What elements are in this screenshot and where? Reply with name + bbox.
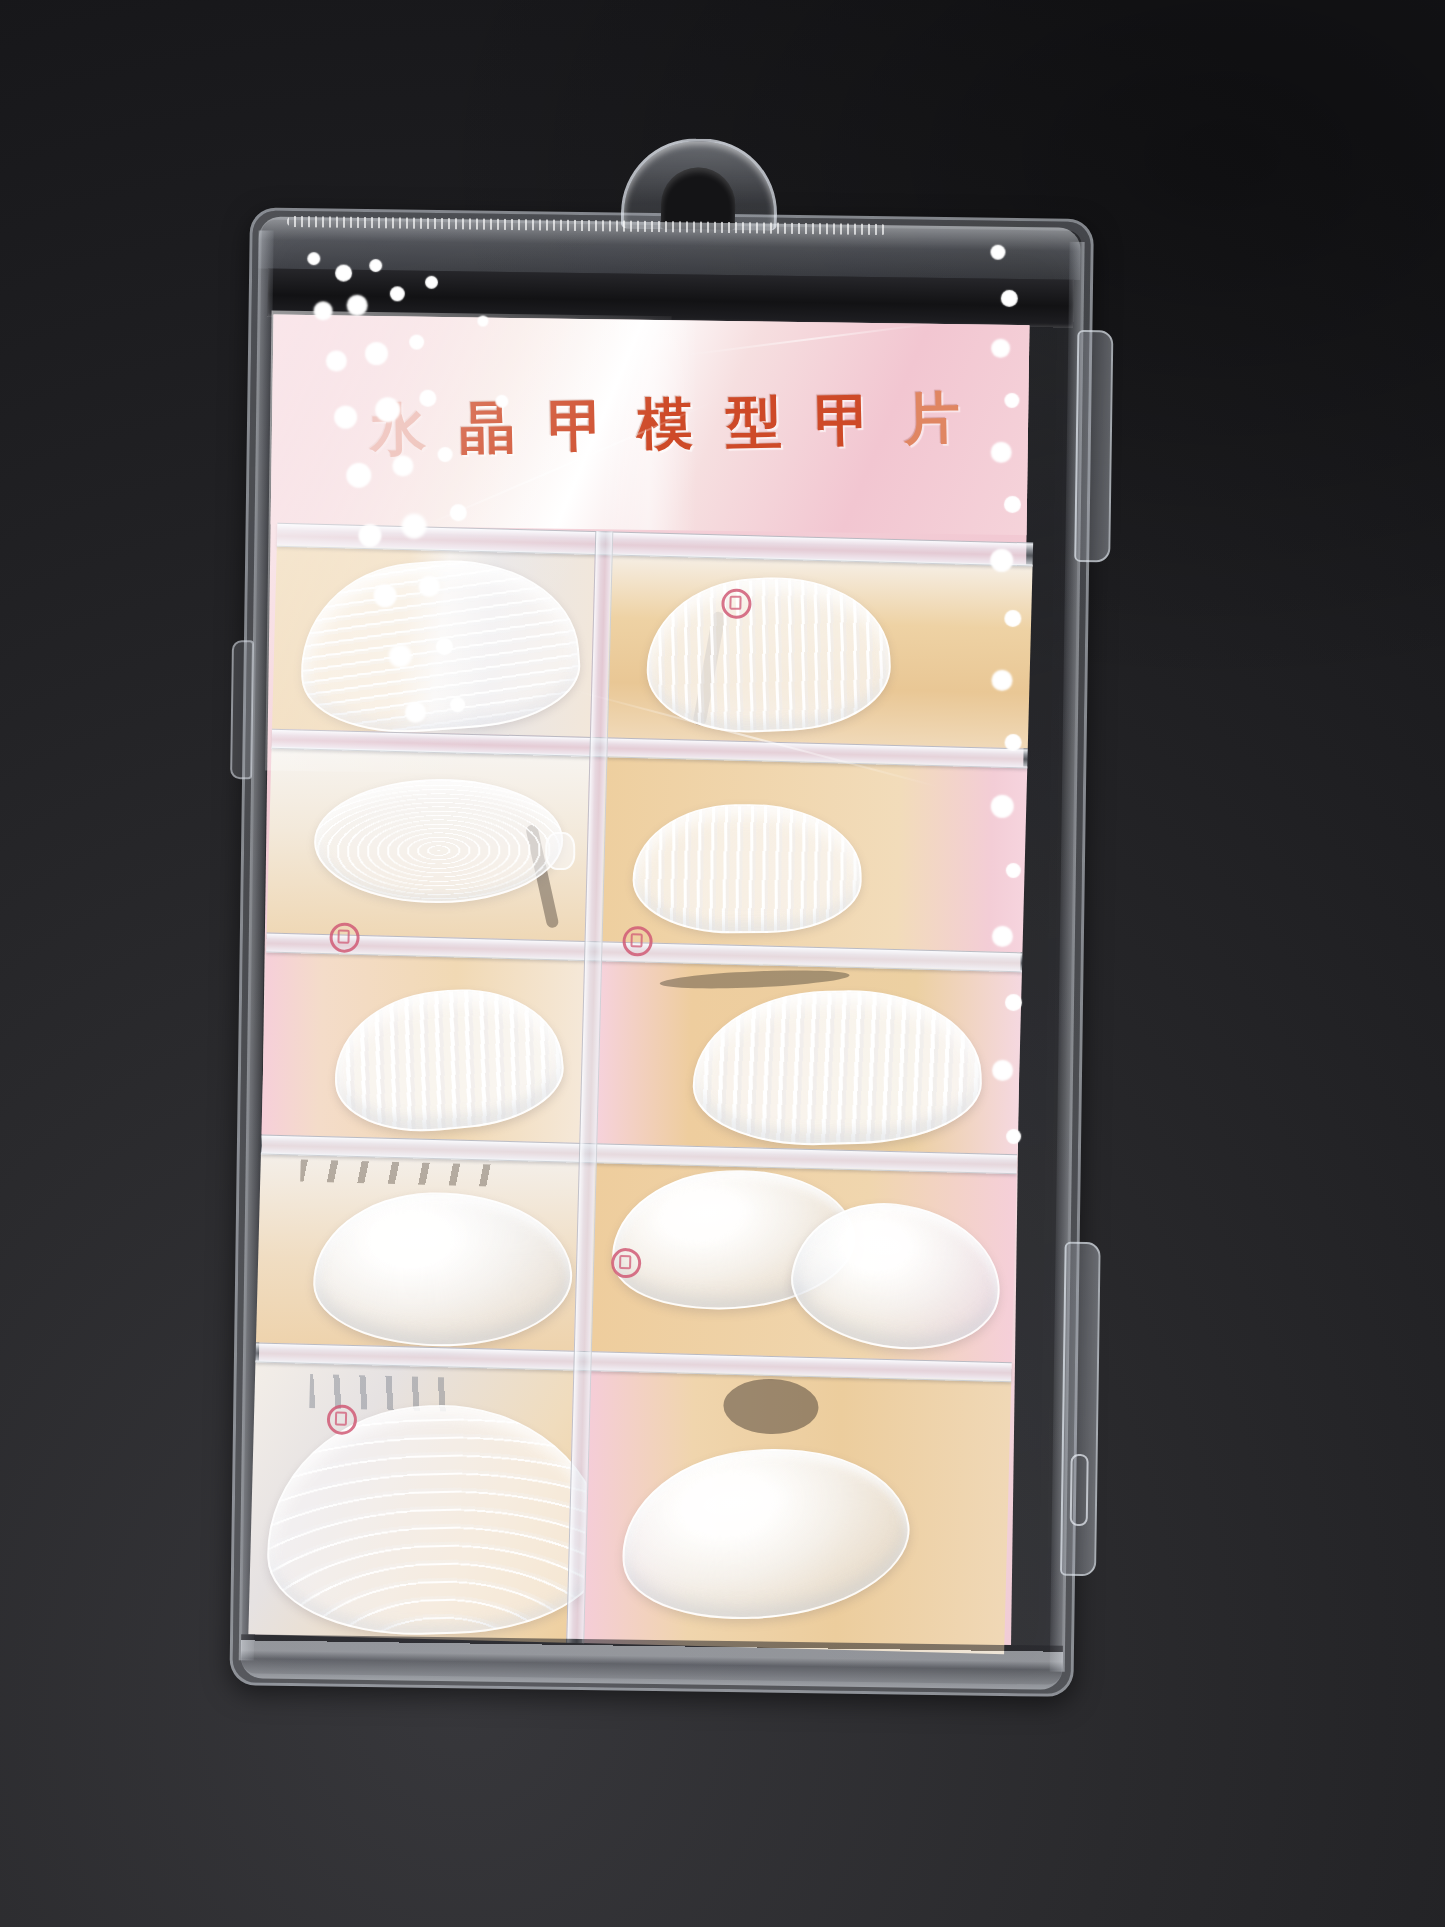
nail-tips-stack — [327, 980, 568, 1140]
title-char: 水 — [369, 395, 459, 462]
photo-background: 水晶甲模型甲片 — [0, 0, 1445, 1927]
nail-tip — [610, 1431, 919, 1636]
nail-tips-stack — [643, 572, 893, 736]
nail-tip — [311, 1189, 574, 1350]
nail-tips-stack — [263, 1401, 608, 1639]
compartment-r4c1 — [256, 1153, 579, 1351]
side-latch-right-top — [1074, 330, 1113, 562]
card-header-art: 水晶甲模型甲片 — [271, 315, 1030, 536]
product-title: 水晶甲模型甲片 — [369, 380, 1021, 474]
side-latch-right-bottom — [1060, 1242, 1101, 1576]
side-latch-left — [230, 640, 254, 779]
compartment-r1c2 — [606, 553, 1033, 748]
compartment-r5c2 — [582, 1369, 1011, 1654]
title-char: 片 — [903, 384, 993, 451]
nail-tip-tab — [545, 832, 575, 870]
compartment-r2c1 — [267, 747, 590, 941]
compartment-r3c1 — [261, 951, 584, 1143]
nail-tips-stack — [314, 778, 564, 904]
compartment-r1c1 — [272, 545, 595, 737]
compartment-r2c2 — [601, 755, 1028, 952]
compartment-r5c1 — [248, 1360, 573, 1642]
title-char: 甲 — [547, 392, 637, 459]
title-char: 甲 — [814, 386, 904, 453]
glare-reflections-left — [310, 255, 317, 262]
nail-tips-stack — [632, 803, 862, 934]
compartment-r3c2 — [595, 959, 1022, 1154]
nail-tips-stack — [690, 987, 983, 1149]
title-char: 晶 — [458, 394, 548, 461]
plastic-case: 水晶甲模型甲片 — [229, 207, 1094, 1697]
glare-reflections-right — [994, 249, 1001, 256]
compartment-r4c2 — [590, 1161, 1017, 1362]
hang-tab — [621, 137, 778, 230]
title-char: 型 — [725, 388, 815, 455]
nail-tips-stack — [293, 550, 584, 740]
compartment-grid — [248, 523, 1033, 1654]
